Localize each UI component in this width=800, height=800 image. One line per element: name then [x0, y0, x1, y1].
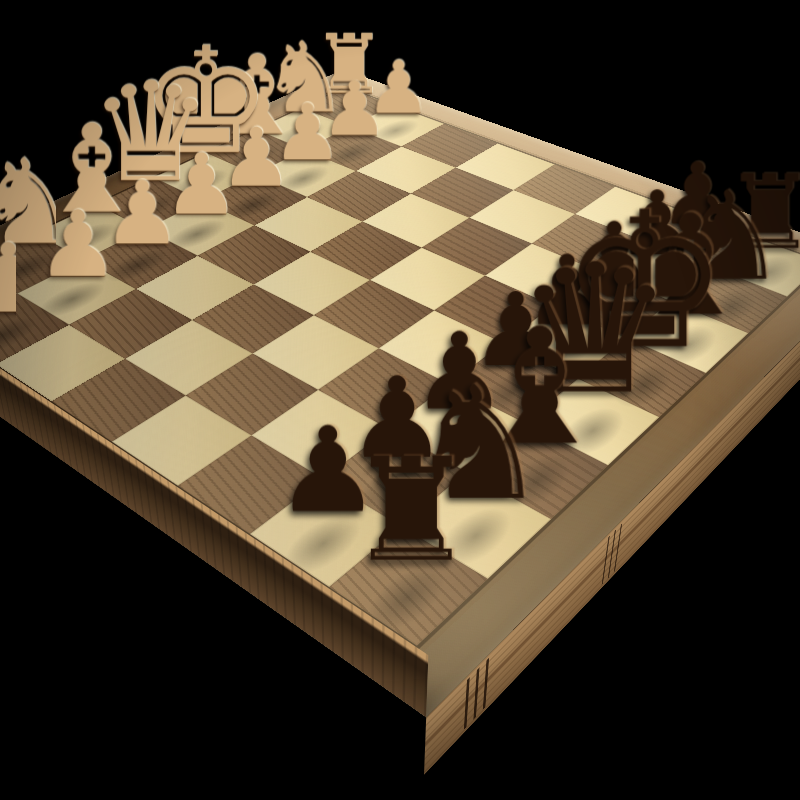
white-pawn-glyph: ♟	[0, 231, 103, 326]
chess-board: ♜♞♝♛♚♝♞♜♟♟♟♟♟♟♟♟♟♟♟♟♟♟♟♟♜♞♝♛♚♝♞♜	[0, 69, 800, 717]
chess-set-photo: ♜♞♝♛♚♝♞♜♟♟♟♟♟♟♟♟♟♟♟♟♟♟♟♟♜♞♝♛♚♝♞♜	[0, 0, 800, 800]
black-rook-glyph: ♜	[268, 439, 554, 582]
board-squares: ♜♞♝♛♚♝♞♜♟♟♟♟♟♟♟♟♟♟♟♟♟♟♟♟♜♞♝♛♚♝♞♜	[0, 88, 800, 646]
